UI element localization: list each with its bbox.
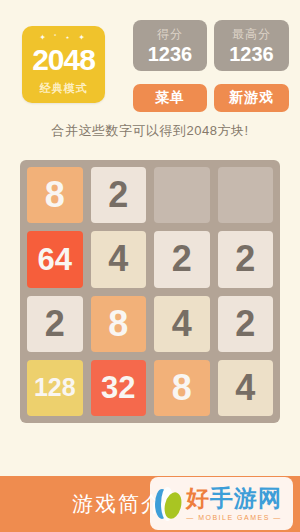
- tile-4: 4: [91, 231, 147, 287]
- new-game-button[interactable]: 新游戏: [214, 84, 289, 112]
- tile-4: 4: [218, 360, 274, 416]
- tile-2: 2: [218, 231, 274, 287]
- empty-cell: [154, 167, 210, 223]
- logo-2048: ✦ ˚ ⋆ ✦ 2048 经典模式: [22, 26, 105, 103]
- score-value: 1236: [148, 44, 193, 64]
- empty-cell: [218, 167, 274, 223]
- instruction-text: 合并这些数字可以得到2048方块!: [0, 122, 300, 140]
- score-label: 得分: [157, 28, 183, 40]
- watermark-subtitle: — MOBILE GAMES —: [186, 514, 282, 521]
- watermark-title-first-char: 好: [186, 485, 210, 511]
- score-box: 得分 1236: [133, 20, 207, 71]
- tile-32: 32: [91, 360, 147, 416]
- tile-2: 2: [91, 167, 147, 223]
- tile-64: 64: [27, 231, 83, 287]
- watermark-title-rest: 手游网: [210, 485, 282, 511]
- tile-2: 2: [218, 296, 274, 352]
- game-screen: ✦ ˚ ⋆ ✦ 2048 经典模式 得分 1236 最高分 1236 菜单 新游…: [0, 0, 300, 532]
- best-score-value: 1236: [229, 44, 274, 64]
- watermark-text: 好手游网 — MOBILE GAMES —: [186, 486, 282, 520]
- tile-2: 2: [27, 296, 83, 352]
- logo-mode-label: 经典模式: [40, 81, 88, 96]
- menu-button[interactable]: 菜单: [133, 84, 207, 112]
- tile-8: 8: [154, 360, 210, 416]
- tile-4: 4: [154, 296, 210, 352]
- tile-8: 8: [91, 296, 147, 352]
- watermark-logo-icon: [155, 485, 183, 523]
- tile-128: 128: [27, 360, 83, 416]
- logo-title: 2048: [32, 45, 95, 75]
- best-score-box: 最高分 1236: [214, 20, 289, 71]
- tile-8: 8: [27, 167, 83, 223]
- best-score-label: 最高分: [232, 28, 271, 40]
- watermark-badge: 好手游网 — MOBILE GAMES —: [150, 477, 293, 530]
- tile-2: 2: [154, 231, 210, 287]
- watermark-title: 好手游网: [186, 486, 282, 511]
- board[interactable]: 826442228421283284: [20, 160, 280, 423]
- logo-stars-decoration: ✦ ˚ ⋆ ✦: [39, 34, 88, 42]
